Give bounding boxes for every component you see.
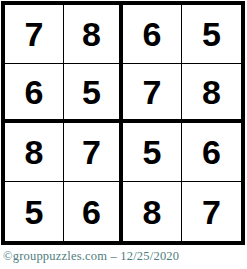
cell-r3c4: 6	[182, 123, 241, 182]
cell-r4c3: 8	[123, 182, 182, 241]
cell-r2c1: 6	[5, 64, 64, 123]
cell-r4c4: 7	[182, 182, 241, 241]
cell-r4c2: 6	[64, 182, 123, 241]
cell-r1c3: 6	[123, 5, 182, 64]
cell-r2c3: 7	[123, 64, 182, 123]
cell-r2c4: 8	[182, 64, 241, 123]
copyright-credit: ©grouppuzzles.com – 12/25/2020	[3, 249, 179, 264]
cell-r1c1: 7	[5, 5, 64, 64]
cell-r3c3: 5	[123, 123, 182, 182]
cell-r3c1: 8	[5, 123, 64, 182]
sudoku-page: 7 8 6 5 6 5 7 8 8 7 5 6 5 6 8 7 ©grouppu…	[0, 0, 247, 269]
cell-r4c1: 5	[5, 182, 64, 241]
sudoku-board: 7 8 6 5 6 5 7 8 8 7 5 6 5 6 8 7	[1, 1, 245, 245]
cell-r2c2: 5	[64, 64, 123, 123]
cell-r3c2: 7	[64, 123, 123, 182]
cell-r1c4: 5	[182, 5, 241, 64]
cell-r1c2: 8	[64, 5, 123, 64]
